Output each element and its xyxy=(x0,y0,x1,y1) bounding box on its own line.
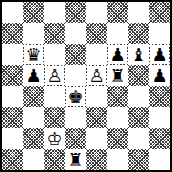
piece-black-king: ♚ xyxy=(66,87,85,106)
square-b3[interactable] xyxy=(23,107,44,128)
chess-board: ♛♟♝♟♟♙♙♜♟♚♔♜ xyxy=(0,0,172,172)
square-f5[interactable]: ♜ xyxy=(107,65,128,86)
square-h6[interactable]: ♟ xyxy=(149,44,170,65)
square-f3[interactable] xyxy=(107,107,128,128)
square-d6[interactable] xyxy=(65,44,86,65)
square-c3[interactable] xyxy=(44,107,65,128)
piece-black-pawn: ♟ xyxy=(24,66,43,85)
square-b5[interactable]: ♟ xyxy=(23,65,44,86)
square-g3[interactable] xyxy=(128,107,149,128)
square-c8[interactable] xyxy=(44,2,65,23)
piece-black-pawn: ♟ xyxy=(108,45,127,64)
square-e5[interactable]: ♙ xyxy=(86,65,107,86)
square-h3[interactable] xyxy=(149,107,170,128)
square-b4[interactable] xyxy=(23,86,44,107)
square-b7[interactable] xyxy=(23,23,44,44)
square-c7[interactable] xyxy=(44,23,65,44)
piece-black-queen: ♛ xyxy=(24,45,43,64)
square-g7[interactable] xyxy=(128,23,149,44)
square-c1[interactable] xyxy=(44,149,65,170)
piece-black-pawn: ♟ xyxy=(150,45,169,64)
square-b6[interactable]: ♛ xyxy=(23,44,44,65)
square-h2[interactable] xyxy=(149,128,170,149)
square-f6[interactable]: ♟ xyxy=(107,44,128,65)
square-d3[interactable] xyxy=(65,107,86,128)
piece-black-bishop: ♝ xyxy=(129,45,148,64)
square-a8[interactable] xyxy=(2,2,23,23)
piece-white-pawn: ♙ xyxy=(45,66,64,85)
square-d8[interactable] xyxy=(65,2,86,23)
square-e8[interactable] xyxy=(86,2,107,23)
square-e3[interactable] xyxy=(86,107,107,128)
square-h8[interactable] xyxy=(149,2,170,23)
square-d7[interactable] xyxy=(65,23,86,44)
square-a2[interactable] xyxy=(2,128,23,149)
square-h4[interactable] xyxy=(149,86,170,107)
square-a4[interactable] xyxy=(2,86,23,107)
square-c2[interactable]: ♔ xyxy=(44,128,65,149)
square-c4[interactable] xyxy=(44,86,65,107)
square-g8[interactable] xyxy=(128,2,149,23)
square-c6[interactable] xyxy=(44,44,65,65)
square-a1[interactable] xyxy=(2,149,23,170)
square-g5[interactable] xyxy=(128,65,149,86)
square-d1[interactable]: ♜ xyxy=(65,149,86,170)
square-f8[interactable] xyxy=(107,2,128,23)
square-g1[interactable] xyxy=(128,149,149,170)
square-g6[interactable]: ♝ xyxy=(128,44,149,65)
square-e6[interactable] xyxy=(86,44,107,65)
square-g4[interactable] xyxy=(128,86,149,107)
square-f4[interactable] xyxy=(107,86,128,107)
square-f2[interactable] xyxy=(107,128,128,149)
piece-white-king: ♔ xyxy=(45,129,64,148)
square-g2[interactable] xyxy=(128,128,149,149)
piece-white-pawn: ♙ xyxy=(87,66,106,85)
square-e4[interactable] xyxy=(86,86,107,107)
square-e2[interactable] xyxy=(86,128,107,149)
square-a3[interactable] xyxy=(2,107,23,128)
square-a6[interactable] xyxy=(2,44,23,65)
piece-black-rook: ♜ xyxy=(108,66,127,85)
square-d4[interactable]: ♚ xyxy=(65,86,86,107)
square-b2[interactable] xyxy=(23,128,44,149)
square-c5[interactable]: ♙ xyxy=(44,65,65,86)
square-a7[interactable] xyxy=(2,23,23,44)
square-d2[interactable] xyxy=(65,128,86,149)
square-h5[interactable]: ♟ xyxy=(149,65,170,86)
square-b8[interactable] xyxy=(23,2,44,23)
square-h7[interactable] xyxy=(149,23,170,44)
square-e1[interactable] xyxy=(86,149,107,170)
square-d5[interactable] xyxy=(65,65,86,86)
piece-black-rook: ♜ xyxy=(66,150,85,169)
square-b1[interactable] xyxy=(23,149,44,170)
square-a5[interactable] xyxy=(2,65,23,86)
square-h1[interactable] xyxy=(149,149,170,170)
square-f7[interactable] xyxy=(107,23,128,44)
square-f1[interactable] xyxy=(107,149,128,170)
square-e7[interactable] xyxy=(86,23,107,44)
piece-black-pawn: ♟ xyxy=(150,66,169,85)
